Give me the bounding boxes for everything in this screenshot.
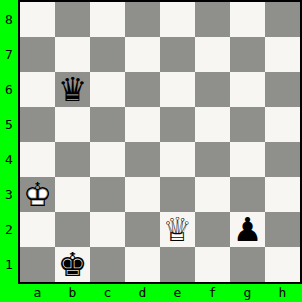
square-g1[interactable]: [230, 247, 265, 282]
rank-label-5: 5: [0, 107, 18, 142]
square-a8[interactable]: [20, 2, 55, 37]
square-d3[interactable]: [125, 177, 160, 212]
square-h1[interactable]: [265, 247, 300, 282]
rank-label-7: 7: [0, 37, 18, 72]
square-a7[interactable]: [20, 37, 55, 72]
square-d2[interactable]: [125, 212, 160, 247]
rank-label-2: 2: [0, 212, 18, 247]
rank-label-3: 3: [0, 177, 18, 212]
square-a5[interactable]: [20, 107, 55, 142]
square-b5[interactable]: [55, 107, 90, 142]
square-e8[interactable]: [160, 2, 195, 37]
square-b6[interactable]: ♛: [55, 72, 90, 107]
file-label-e: e: [160, 284, 195, 302]
square-g2[interactable]: ♟: [230, 212, 265, 247]
square-b2[interactable]: [55, 212, 90, 247]
file-label-f: f: [195, 284, 230, 302]
piece-black-queen[interactable]: ♛: [55, 72, 90, 107]
square-e5[interactable]: [160, 107, 195, 142]
file-label-d: d: [125, 284, 160, 302]
square-e1[interactable]: [160, 247, 195, 282]
square-g7[interactable]: [230, 37, 265, 72]
square-h7[interactable]: [265, 37, 300, 72]
square-c5[interactable]: [90, 107, 125, 142]
black-king-glyph: ♚: [55, 247, 90, 282]
square-c3[interactable]: [90, 177, 125, 212]
square-e2[interactable]: ♛♕: [160, 212, 195, 247]
file-label-b: b: [55, 284, 90, 302]
square-h2[interactable]: [265, 212, 300, 247]
square-g4[interactable]: [230, 142, 265, 177]
rank-label-6: 6: [0, 72, 18, 107]
square-b3[interactable]: [55, 177, 90, 212]
piece-white-queen[interactable]: ♛♕: [160, 212, 195, 247]
square-g3[interactable]: [230, 177, 265, 212]
square-c4[interactable]: [90, 142, 125, 177]
square-d7[interactable]: [125, 37, 160, 72]
white-queen-glyph: ♕: [160, 212, 195, 247]
square-h8[interactable]: [265, 2, 300, 37]
square-c8[interactable]: [90, 2, 125, 37]
chessboard: ♛♚♔♛♕♟♚: [20, 2, 300, 282]
square-c6[interactable]: [90, 72, 125, 107]
piece-white-king[interactable]: ♚♔: [20, 177, 55, 212]
square-e7[interactable]: [160, 37, 195, 72]
square-a1[interactable]: [20, 247, 55, 282]
square-e3[interactable]: [160, 177, 195, 212]
square-b1[interactable]: ♚: [55, 247, 90, 282]
square-b8[interactable]: [55, 2, 90, 37]
file-label-g: g: [230, 284, 265, 302]
piece-black-king[interactable]: ♚: [55, 247, 90, 282]
file-label-a: a: [20, 284, 55, 302]
chess-app-window: 87654321 ♛♚♔♛♕♟♚ abcdefgh: [0, 0, 302, 302]
square-a2[interactable]: [20, 212, 55, 247]
square-d4[interactable]: [125, 142, 160, 177]
square-f8[interactable]: [195, 2, 230, 37]
square-d5[interactable]: [125, 107, 160, 142]
square-h6[interactable]: [265, 72, 300, 107]
square-g8[interactable]: [230, 2, 265, 37]
square-g6[interactable]: [230, 72, 265, 107]
rank-label-1: 1: [0, 247, 18, 282]
file-label-c: c: [90, 284, 125, 302]
square-d8[interactable]: [125, 2, 160, 37]
rank-coordinate-strip: 87654321: [0, 2, 18, 282]
square-f6[interactable]: [195, 72, 230, 107]
square-f7[interactable]: [195, 37, 230, 72]
square-e4[interactable]: [160, 142, 195, 177]
file-label-h: h: [265, 284, 300, 302]
chessboard-frame: ♛♚♔♛♕♟♚: [18, 0, 302, 284]
square-a3[interactable]: ♚♔: [20, 177, 55, 212]
square-f4[interactable]: [195, 142, 230, 177]
square-c7[interactable]: [90, 37, 125, 72]
square-b4[interactable]: [55, 142, 90, 177]
file-coordinate-strip: abcdefgh: [20, 284, 300, 302]
square-f3[interactable]: [195, 177, 230, 212]
black-queen-glyph: ♛: [55, 72, 90, 107]
square-h3[interactable]: [265, 177, 300, 212]
square-d1[interactable]: [125, 247, 160, 282]
square-c1[interactable]: [90, 247, 125, 282]
square-c2[interactable]: [90, 212, 125, 247]
rank-label-8: 8: [0, 2, 18, 37]
square-a4[interactable]: [20, 142, 55, 177]
square-h4[interactable]: [265, 142, 300, 177]
square-h5[interactable]: [265, 107, 300, 142]
rank-label-4: 4: [0, 142, 18, 177]
square-f2[interactable]: [195, 212, 230, 247]
square-a6[interactable]: [20, 72, 55, 107]
square-d6[interactable]: [125, 72, 160, 107]
piece-black-pawn[interactable]: ♟: [230, 212, 265, 247]
square-f5[interactable]: [195, 107, 230, 142]
square-f1[interactable]: [195, 247, 230, 282]
square-g5[interactable]: [230, 107, 265, 142]
square-e6[interactable]: [160, 72, 195, 107]
square-b7[interactable]: [55, 37, 90, 72]
black-pawn-glyph: ♟: [230, 212, 265, 247]
white-king-glyph: ♔: [20, 177, 55, 212]
